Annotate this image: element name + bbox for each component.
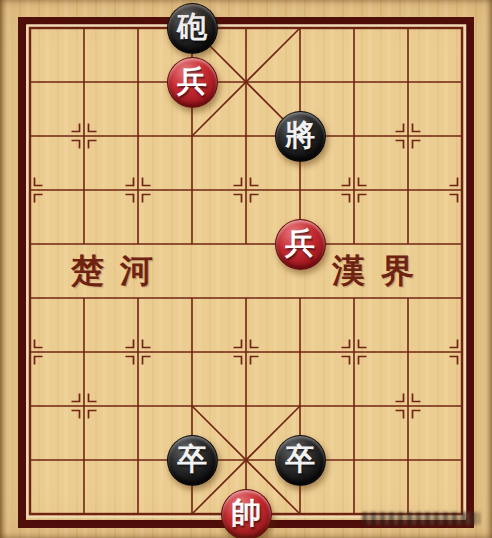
black-cannon[interactable]: 砲 bbox=[167, 3, 218, 54]
red-soldier-advanced[interactable]: 兵 bbox=[167, 57, 218, 108]
piece-glyph: 將 bbox=[285, 120, 315, 150]
red-soldier-river[interactable]: 兵 bbox=[275, 219, 326, 270]
piece-glyph: 卒 bbox=[285, 444, 315, 474]
piece-glyph: 兵 bbox=[285, 228, 315, 258]
black-soldier-left[interactable]: 卒 bbox=[167, 435, 218, 486]
piece-glyph: 砲 bbox=[177, 12, 207, 42]
piece-glyph: 卒 bbox=[177, 444, 207, 474]
piece-glyph: 帥 bbox=[231, 498, 261, 528]
black-soldier-right[interactable]: 卒 bbox=[275, 435, 326, 486]
watermark-blurred bbox=[362, 512, 480, 525]
red-general[interactable]: 帥 bbox=[221, 489, 272, 538]
pieces-grid: 砲兵將兵卒卒帥 bbox=[3, 1, 489, 538]
black-general[interactable]: 將 bbox=[275, 111, 326, 162]
xiangqi-board: 楚河 漢界 砲兵將兵卒卒帥 bbox=[0, 0, 492, 538]
piece-glyph: 兵 bbox=[177, 66, 207, 96]
